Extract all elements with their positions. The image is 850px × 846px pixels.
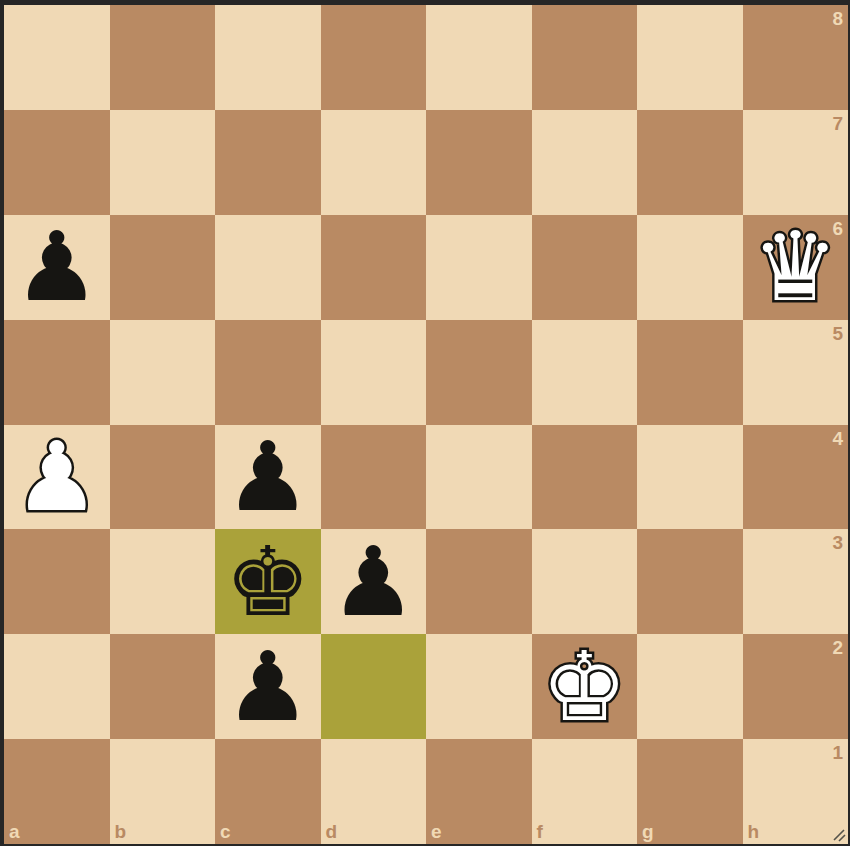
piece-black-pawn[interactable]: ♟	[4, 215, 110, 320]
square-b8[interactable]	[110, 5, 216, 110]
piece-white-queen[interactable]: ♛	[743, 215, 849, 320]
square-h6[interactable]: 6♛	[743, 215, 849, 320]
square-a8[interactable]	[4, 5, 110, 110]
chess-app: { "game": "chess", "position": { "fen": …	[0, 0, 850, 846]
square-c5[interactable]	[215, 320, 321, 425]
square-g5[interactable]	[637, 320, 743, 425]
square-c1[interactable]: c	[215, 739, 321, 844]
square-b6[interactable]	[110, 215, 216, 320]
square-b5[interactable]	[110, 320, 216, 425]
square-g7[interactable]	[637, 110, 743, 215]
file-label-d: d	[326, 822, 338, 841]
square-g6[interactable]	[637, 215, 743, 320]
rank-label-2: 2	[832, 638, 843, 657]
file-label-f: f	[537, 822, 543, 841]
square-h7[interactable]: 7	[743, 110, 849, 215]
square-h2[interactable]: 2	[743, 634, 849, 739]
file-label-e: e	[431, 822, 442, 841]
square-a5[interactable]	[4, 320, 110, 425]
square-a1[interactable]: a	[4, 739, 110, 844]
square-g3[interactable]	[637, 529, 743, 634]
square-d4[interactable]	[321, 425, 427, 530]
square-e3[interactable]	[426, 529, 532, 634]
piece-white-pawn[interactable]: ♟	[4, 425, 110, 530]
square-f4[interactable]	[532, 425, 638, 530]
square-c3[interactable]: ♚	[215, 529, 321, 634]
rank-label-7: 7	[832, 114, 843, 133]
square-d3[interactable]: ♟	[321, 529, 427, 634]
square-b4[interactable]	[110, 425, 216, 530]
rank-label-4: 4	[832, 429, 843, 448]
resize-grip-lines	[834, 830, 845, 841]
square-g1[interactable]: g	[637, 739, 743, 844]
rank-label-1: 1	[832, 743, 843, 762]
square-f1[interactable]: f	[532, 739, 638, 844]
square-b3[interactable]	[110, 529, 216, 634]
rank-label-3: 3	[832, 533, 843, 552]
square-g8[interactable]	[637, 5, 743, 110]
square-b1[interactable]: b	[110, 739, 216, 844]
square-f7[interactable]	[532, 110, 638, 215]
piece-black-pawn[interactable]: ♟	[215, 634, 321, 739]
square-a2[interactable]	[4, 634, 110, 739]
rank-label-5: 5	[832, 324, 843, 343]
square-c4[interactable]: ♟	[215, 425, 321, 530]
square-e6[interactable]	[426, 215, 532, 320]
square-e2[interactable]	[426, 634, 532, 739]
piece-black-pawn[interactable]: ♟	[215, 425, 321, 530]
square-c7[interactable]	[215, 110, 321, 215]
square-d5[interactable]	[321, 320, 427, 425]
square-d8[interactable]	[321, 5, 427, 110]
piece-black-pawn[interactable]: ♟	[321, 529, 427, 634]
board-resize-handle[interactable]	[831, 827, 846, 842]
square-g2[interactable]	[637, 634, 743, 739]
square-h8[interactable]: 8	[743, 5, 849, 110]
square-g4[interactable]	[637, 425, 743, 530]
square-f3[interactable]	[532, 529, 638, 634]
square-d1[interactable]: d	[321, 739, 427, 844]
square-d2[interactable]	[321, 634, 427, 739]
square-e4[interactable]	[426, 425, 532, 530]
square-a6[interactable]: ♟	[4, 215, 110, 320]
file-label-b: b	[115, 822, 127, 841]
square-e8[interactable]	[426, 5, 532, 110]
square-a7[interactable]	[4, 110, 110, 215]
square-e7[interactable]	[426, 110, 532, 215]
square-h3[interactable]: 3	[743, 529, 849, 634]
file-label-g: g	[642, 822, 654, 841]
square-c8[interactable]	[215, 5, 321, 110]
square-c6[interactable]	[215, 215, 321, 320]
square-e1[interactable]: e	[426, 739, 532, 844]
square-h4[interactable]: 4	[743, 425, 849, 530]
square-e5[interactable]	[426, 320, 532, 425]
square-a4[interactable]: ♟	[4, 425, 110, 530]
square-f5[interactable]	[532, 320, 638, 425]
file-label-a: a	[9, 822, 20, 841]
file-label-h: h	[748, 822, 760, 841]
piece-black-king[interactable]: ♚	[215, 529, 321, 634]
square-f6[interactable]	[532, 215, 638, 320]
square-h5[interactable]: 5	[743, 320, 849, 425]
square-f8[interactable]	[532, 5, 638, 110]
chess-board: 87♟6♛5♟♟4♚♟3♟♚2abcdefg1h	[4, 5, 848, 844]
rank-label-8: 8	[832, 9, 843, 28]
square-d7[interactable]	[321, 110, 427, 215]
square-d6[interactable]	[321, 215, 427, 320]
piece-white-king[interactable]: ♚	[532, 634, 638, 739]
file-label-c: c	[220, 822, 231, 841]
square-b7[interactable]	[110, 110, 216, 215]
square-c2[interactable]: ♟	[215, 634, 321, 739]
square-a3[interactable]	[4, 529, 110, 634]
square-b2[interactable]	[110, 634, 216, 739]
square-f2[interactable]: ♚	[532, 634, 638, 739]
